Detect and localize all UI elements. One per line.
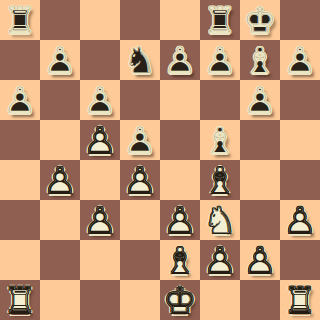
piece-fill-glyph: ♟: [40, 160, 80, 200]
black-bishop-icon[interactable]: ♝♗: [240, 40, 280, 80]
square-d6[interactable]: [120, 80, 160, 120]
piece-detail-glyph: ♙: [200, 240, 240, 280]
piece-detail-glyph: ♙: [240, 80, 280, 120]
square-e4[interactable]: [160, 160, 200, 200]
piece-fill-glyph: ♟: [0, 80, 40, 120]
square-a1[interactable]: ♜♖: [0, 280, 40, 320]
white-pawn-icon[interactable]: ♟♙: [160, 200, 200, 240]
square-e2[interactable]: ♝♗: [160, 240, 200, 280]
white-rook-icon[interactable]: ♜♖: [280, 280, 320, 320]
piece-fill-glyph: ♟: [240, 80, 280, 120]
square-e5[interactable]: [160, 120, 200, 160]
chess-board: ♜♖♜♖♚♔♟♙♞♘♟♙♟♙♝♗♟♙♟♙♟♙♟♙♟♙♟♙♝♗♟♙♟♙♝♗♟♙♟♙…: [0, 0, 320, 320]
white-pawn-icon[interactable]: ♟♙: [120, 160, 160, 200]
black-pawn-icon[interactable]: ♟♙: [0, 80, 40, 120]
square-b6[interactable]: [40, 80, 80, 120]
square-h3[interactable]: ♟♙: [280, 200, 320, 240]
square-c1[interactable]: [80, 280, 120, 320]
white-pawn-icon[interactable]: ♟♙: [200, 240, 240, 280]
piece-detail-glyph: ♙: [80, 120, 120, 160]
square-a4[interactable]: [0, 160, 40, 200]
white-king-icon[interactable]: ♚♔: [160, 280, 200, 320]
piece-fill-glyph: ♜: [280, 280, 320, 320]
piece-fill-glyph: ♟: [80, 120, 120, 160]
piece-detail-glyph: ♗: [240, 40, 280, 80]
square-h4[interactable]: [280, 160, 320, 200]
square-d2[interactable]: [120, 240, 160, 280]
square-a5[interactable]: [0, 120, 40, 160]
piece-detail-glyph: ♙: [240, 240, 280, 280]
square-c7[interactable]: [80, 40, 120, 80]
white-pawn-icon[interactable]: ♟♙: [80, 200, 120, 240]
square-f8[interactable]: ♜♖: [200, 0, 240, 40]
square-a6[interactable]: ♟♙: [0, 80, 40, 120]
white-pawn-icon[interactable]: ♟♙: [240, 240, 280, 280]
piece-detail-glyph: ♙: [120, 160, 160, 200]
piece-fill-glyph: ♟: [120, 160, 160, 200]
piece-fill-glyph: ♝: [200, 120, 240, 160]
piece-fill-glyph: ♝: [160, 240, 200, 280]
piece-fill-glyph: ♚: [240, 0, 280, 40]
piece-detail-glyph: ♙: [80, 200, 120, 240]
square-e8[interactable]: [160, 0, 200, 40]
square-h1[interactable]: ♜♖: [280, 280, 320, 320]
square-f4[interactable]: ♝♗: [200, 160, 240, 200]
piece-fill-glyph: ♜: [0, 280, 40, 320]
square-c4[interactable]: [80, 160, 120, 200]
piece-detail-glyph: ♗: [200, 120, 240, 160]
square-g1[interactable]: [240, 280, 280, 320]
black-pawn-icon[interactable]: ♟♙: [120, 120, 160, 160]
piece-detail-glyph: ♙: [160, 40, 200, 80]
black-bishop-icon[interactable]: ♝♗: [200, 120, 240, 160]
black-rook-icon[interactable]: ♜♖: [0, 0, 40, 40]
piece-fill-glyph: ♟: [200, 240, 240, 280]
piece-detail-glyph: ♙: [80, 80, 120, 120]
square-d8[interactable]: [120, 0, 160, 40]
piece-detail-glyph: ♘: [200, 200, 240, 240]
piece-detail-glyph: ♙: [40, 160, 80, 200]
square-c8[interactable]: [80, 0, 120, 40]
square-d4[interactable]: ♟♙: [120, 160, 160, 200]
piece-detail-glyph: ♙: [280, 40, 320, 80]
piece-fill-glyph: ♟: [280, 200, 320, 240]
square-a8[interactable]: ♜♖: [0, 0, 40, 40]
square-g5[interactable]: [240, 120, 280, 160]
square-a3[interactable]: [0, 200, 40, 240]
black-rook-icon[interactable]: ♜♖: [200, 0, 240, 40]
piece-detail-glyph: ♖: [280, 280, 320, 320]
square-c5[interactable]: ♟♙: [80, 120, 120, 160]
square-f6[interactable]: [200, 80, 240, 120]
piece-detail-glyph: ♖: [0, 280, 40, 320]
square-g7[interactable]: ♝♗: [240, 40, 280, 80]
piece-fill-glyph: ♜: [200, 0, 240, 40]
black-pawn-icon[interactable]: ♟♙: [200, 40, 240, 80]
piece-detail-glyph: ♙: [40, 40, 80, 80]
white-pawn-icon[interactable]: ♟♙: [280, 200, 320, 240]
piece-detail-glyph: ♖: [200, 0, 240, 40]
white-bishop-icon[interactable]: ♝♗: [160, 240, 200, 280]
piece-fill-glyph: ♟: [280, 40, 320, 80]
square-d3[interactable]: [120, 200, 160, 240]
white-pawn-icon[interactable]: ♟♙: [80, 120, 120, 160]
white-pawn-icon[interactable]: ♟♙: [40, 160, 80, 200]
piece-fill-glyph: ♟: [80, 200, 120, 240]
black-pawn-icon[interactable]: ♟♙: [240, 80, 280, 120]
square-e6[interactable]: [160, 80, 200, 120]
piece-fill-glyph: ♜: [0, 0, 40, 40]
piece-detail-glyph: ♔: [160, 280, 200, 320]
piece-detail-glyph: ♙: [0, 80, 40, 120]
square-e1[interactable]: ♚♔: [160, 280, 200, 320]
square-h5[interactable]: [280, 120, 320, 160]
square-f2[interactable]: ♟♙: [200, 240, 240, 280]
piece-fill-glyph: ♞: [200, 200, 240, 240]
square-g4[interactable]: [240, 160, 280, 200]
piece-detail-glyph: ♙: [120, 120, 160, 160]
square-g2[interactable]: ♟♙: [240, 240, 280, 280]
piece-detail-glyph: ♘: [120, 40, 160, 80]
square-c3[interactable]: ♟♙: [80, 200, 120, 240]
black-pawn-icon[interactable]: ♟♙: [80, 80, 120, 120]
black-knight-icon[interactable]: ♞♘: [120, 40, 160, 80]
black-pawn-icon[interactable]: ♟♙: [40, 40, 80, 80]
square-f5[interactable]: ♝♗: [200, 120, 240, 160]
piece-fill-glyph: ♟: [40, 40, 80, 80]
white-knight-icon[interactable]: ♞♘: [200, 200, 240, 240]
piece-fill-glyph: ♟: [80, 80, 120, 120]
piece-detail-glyph: ♗: [200, 160, 240, 200]
black-pawn-icon[interactable]: ♟♙: [160, 40, 200, 80]
square-f1[interactable]: [200, 280, 240, 320]
square-b4[interactable]: ♟♙: [40, 160, 80, 200]
square-b8[interactable]: [40, 0, 80, 40]
piece-fill-glyph: ♚: [160, 280, 200, 320]
piece-fill-glyph: ♝: [200, 160, 240, 200]
square-b5[interactable]: [40, 120, 80, 160]
piece-fill-glyph: ♝: [240, 40, 280, 80]
piece-detail-glyph: ♙: [280, 200, 320, 240]
piece-fill-glyph: ♟: [200, 40, 240, 80]
black-king-icon[interactable]: ♚♔: [240, 0, 280, 40]
piece-detail-glyph: ♙: [160, 200, 200, 240]
square-e3[interactable]: ♟♙: [160, 200, 200, 240]
black-pawn-icon[interactable]: ♟♙: [280, 40, 320, 80]
square-h2[interactable]: [280, 240, 320, 280]
piece-fill-glyph: ♟: [160, 40, 200, 80]
square-d7[interactable]: ♞♘: [120, 40, 160, 80]
piece-fill-glyph: ♟: [120, 120, 160, 160]
piece-fill-glyph: ♟: [160, 200, 200, 240]
square-b7[interactable]: ♟♙: [40, 40, 80, 80]
piece-fill-glyph: ♞: [120, 40, 160, 80]
piece-detail-glyph: ♙: [200, 40, 240, 80]
square-b1[interactable]: [40, 280, 80, 320]
square-a7[interactable]: [0, 40, 40, 80]
piece-fill-glyph: ♟: [240, 240, 280, 280]
white-rook-icon[interactable]: ♜♖: [0, 280, 40, 320]
piece-detail-glyph: ♔: [240, 0, 280, 40]
square-b2[interactable]: [40, 240, 80, 280]
square-b3[interactable]: [40, 200, 80, 240]
square-d1[interactable]: [120, 280, 160, 320]
square-h8[interactable]: [280, 0, 320, 40]
square-h6[interactable]: [280, 80, 320, 120]
square-e7[interactable]: ♟♙: [160, 40, 200, 80]
square-a2[interactable]: [0, 240, 40, 280]
square-g3[interactable]: [240, 200, 280, 240]
square-g6[interactable]: ♟♙: [240, 80, 280, 120]
piece-detail-glyph: ♖: [0, 0, 40, 40]
square-f7[interactable]: ♟♙: [200, 40, 240, 80]
white-bishop-icon[interactable]: ♝♗: [200, 160, 240, 200]
square-d5[interactable]: ♟♙: [120, 120, 160, 160]
square-f3[interactable]: ♞♘: [200, 200, 240, 240]
square-c6[interactable]: ♟♙: [80, 80, 120, 120]
square-c2[interactable]: [80, 240, 120, 280]
square-h7[interactable]: ♟♙: [280, 40, 320, 80]
piece-detail-glyph: ♗: [160, 240, 200, 280]
square-g8[interactable]: ♚♔: [240, 0, 280, 40]
